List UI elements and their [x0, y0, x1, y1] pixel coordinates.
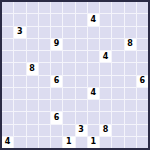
cell[interactable]	[14, 51, 25, 62]
cell[interactable]	[125, 112, 136, 123]
cell[interactable]	[125, 76, 136, 87]
cell[interactable]	[14, 14, 25, 25]
cell[interactable]	[125, 2, 136, 13]
clue-cell: 8	[125, 39, 136, 50]
clue-cell: 1	[88, 137, 99, 148]
cell[interactable]	[14, 100, 25, 111]
cell[interactable]	[2, 125, 13, 136]
clue-cell: 8	[100, 125, 111, 136]
cell[interactable]	[39, 88, 50, 99]
cell[interactable]	[88, 76, 99, 87]
cell[interactable]	[51, 88, 62, 99]
cell[interactable]	[27, 125, 38, 136]
cell[interactable]	[100, 27, 111, 38]
cell[interactable]	[27, 27, 38, 38]
cell[interactable]	[112, 39, 123, 50]
cell[interactable]	[39, 14, 50, 25]
cell[interactable]	[39, 137, 50, 148]
cell[interactable]	[51, 51, 62, 62]
cell[interactable]	[63, 51, 74, 62]
cell[interactable]	[51, 2, 62, 13]
clue-cell: 4	[100, 51, 111, 62]
cell[interactable]	[51, 27, 62, 38]
cell[interactable]	[39, 112, 50, 123]
cell[interactable]	[100, 39, 111, 50]
cell[interactable]	[88, 51, 99, 62]
cell[interactable]	[2, 76, 13, 87]
cell[interactable]	[100, 2, 111, 13]
cell[interactable]	[112, 112, 123, 123]
cell[interactable]	[112, 51, 123, 62]
cell[interactable]	[112, 2, 123, 13]
cell[interactable]	[137, 112, 148, 123]
cell[interactable]	[14, 112, 25, 123]
cell[interactable]	[51, 63, 62, 74]
cell[interactable]	[88, 100, 99, 111]
cell[interactable]	[112, 100, 123, 111]
cell[interactable]	[27, 100, 38, 111]
cell[interactable]	[14, 76, 25, 87]
clue-cell: 3	[14, 27, 25, 38]
cell[interactable]	[100, 76, 111, 87]
cell[interactable]	[2, 51, 13, 62]
cell[interactable]	[88, 125, 99, 136]
cell[interactable]	[27, 76, 38, 87]
cell[interactable]	[100, 88, 111, 99]
cell[interactable]	[14, 63, 25, 74]
clue-cell: 4	[2, 137, 13, 148]
cell[interactable]	[39, 76, 50, 87]
cell[interactable]	[76, 2, 87, 13]
cell[interactable]	[2, 2, 13, 13]
cell[interactable]	[39, 2, 50, 13]
cell[interactable]	[39, 51, 50, 62]
cell[interactable]	[76, 63, 87, 74]
cell[interactable]	[63, 14, 74, 25]
cell[interactable]	[137, 14, 148, 25]
cell[interactable]	[2, 100, 13, 111]
cell[interactable]	[2, 14, 13, 25]
cell[interactable]	[137, 39, 148, 50]
cell[interactable]	[125, 27, 136, 38]
cell[interactable]	[100, 112, 111, 123]
cell[interactable]	[27, 2, 38, 13]
cell[interactable]	[63, 112, 74, 123]
cell[interactable]	[39, 63, 50, 74]
cell[interactable]	[76, 51, 87, 62]
cell[interactable]	[112, 63, 123, 74]
cell[interactable]	[63, 2, 74, 13]
cell[interactable]	[27, 137, 38, 148]
cell[interactable]	[88, 112, 99, 123]
cell[interactable]	[2, 39, 13, 50]
cell[interactable]	[88, 2, 99, 13]
cell[interactable]	[125, 63, 136, 74]
clue-cell: 9	[51, 39, 62, 50]
cell[interactable]	[100, 137, 111, 148]
cell[interactable]	[27, 14, 38, 25]
cell[interactable]	[112, 88, 123, 99]
cell[interactable]	[100, 14, 111, 25]
cell[interactable]	[63, 88, 74, 99]
cell[interactable]	[112, 76, 123, 87]
cell[interactable]	[112, 125, 123, 136]
cell[interactable]	[88, 63, 99, 74]
cell[interactable]	[39, 39, 50, 50]
cell[interactable]	[100, 63, 111, 74]
clue-cell: 6	[137, 76, 148, 87]
cell[interactable]	[76, 39, 87, 50]
clue-cell: 8	[27, 63, 38, 74]
cell[interactable]	[112, 27, 123, 38]
cell[interactable]	[14, 39, 25, 50]
puzzle-board: 439848664638411	[0, 0, 150, 150]
cell[interactable]	[100, 100, 111, 111]
cell[interactable]	[51, 100, 62, 111]
cell[interactable]	[14, 125, 25, 136]
cell[interactable]	[27, 88, 38, 99]
cell[interactable]	[112, 137, 123, 148]
cell[interactable]	[63, 39, 74, 50]
clue-cell: 1	[63, 137, 74, 148]
cell[interactable]	[51, 14, 62, 25]
cell[interactable]	[137, 125, 148, 136]
clue-cell: 6	[51, 112, 62, 123]
cell[interactable]	[125, 88, 136, 99]
cell[interactable]	[137, 100, 148, 111]
cell[interactable]	[27, 39, 38, 50]
clue-cell: 3	[76, 125, 87, 136]
cell[interactable]	[2, 63, 13, 74]
cell[interactable]	[2, 27, 13, 38]
clue-cell: 6	[51, 76, 62, 87]
cell[interactable]	[27, 112, 38, 123]
cell[interactable]	[137, 88, 148, 99]
cell[interactable]	[76, 100, 87, 111]
cell[interactable]	[2, 88, 13, 99]
cell[interactable]	[137, 63, 148, 74]
cell[interactable]	[125, 51, 136, 62]
cell[interactable]	[76, 88, 87, 99]
cell[interactable]	[51, 137, 62, 148]
cell[interactable]	[125, 100, 136, 111]
cell[interactable]	[63, 125, 74, 136]
cell[interactable]	[39, 27, 50, 38]
cell[interactable]	[112, 14, 123, 25]
cell[interactable]	[88, 27, 99, 38]
cell[interactable]	[63, 100, 74, 111]
cell[interactable]	[51, 125, 62, 136]
cell[interactable]	[27, 51, 38, 62]
cell[interactable]	[14, 88, 25, 99]
cell[interactable]	[137, 51, 148, 62]
cell[interactable]	[137, 2, 148, 13]
clue-cell: 4	[88, 88, 99, 99]
cell[interactable]	[14, 2, 25, 13]
cell[interactable]	[76, 112, 87, 123]
cell[interactable]	[76, 14, 87, 25]
clue-cell: 4	[88, 14, 99, 25]
cell[interactable]	[125, 125, 136, 136]
cell[interactable]	[125, 14, 136, 25]
cell[interactable]	[2, 112, 13, 123]
cell[interactable]	[76, 27, 87, 38]
cell[interactable]	[63, 76, 74, 87]
cell[interactable]	[76, 76, 87, 87]
cell[interactable]	[88, 39, 99, 50]
cell[interactable]	[14, 137, 25, 148]
cell[interactable]	[63, 27, 74, 38]
cell[interactable]	[137, 137, 148, 148]
cell[interactable]	[63, 63, 74, 74]
cell[interactable]	[39, 100, 50, 111]
cell[interactable]	[39, 125, 50, 136]
cell[interactable]	[125, 137, 136, 148]
cell[interactable]	[76, 137, 87, 148]
cell[interactable]	[137, 27, 148, 38]
